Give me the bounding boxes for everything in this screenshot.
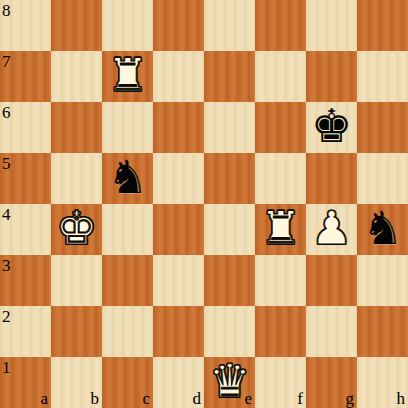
black-knight[interactable]: ♞ [107, 152, 148, 203]
square-b7[interactable] [51, 51, 102, 102]
square-h5[interactable] [357, 153, 408, 204]
square-b5[interactable] [51, 153, 102, 204]
square-g4[interactable]: ♟ [306, 204, 357, 255]
square-g7[interactable] [306, 51, 357, 102]
square-e3[interactable] [204, 255, 255, 306]
file-label-h: h [397, 390, 406, 407]
square-d3[interactable] [153, 255, 204, 306]
chess-board-container: 87♜6♚5♞4♚♜♟♞321abcde♛fgh [0, 0, 408, 408]
square-c7[interactable]: ♜ [102, 51, 153, 102]
square-c1[interactable]: c [102, 357, 153, 408]
rank-label-2: 2 [2, 308, 11, 325]
square-c3[interactable] [102, 255, 153, 306]
square-f1[interactable]: f [255, 357, 306, 408]
black-knight[interactable]: ♞ [362, 203, 403, 254]
square-f2[interactable] [255, 306, 306, 357]
square-f5[interactable] [255, 153, 306, 204]
rank-label-5: 5 [2, 155, 11, 172]
file-label-d: d [193, 390, 202, 407]
square-g3[interactable] [306, 255, 357, 306]
square-e5[interactable] [204, 153, 255, 204]
square-c2[interactable] [102, 306, 153, 357]
square-f8[interactable] [255, 0, 306, 51]
square-g8[interactable] [306, 0, 357, 51]
white-rook[interactable]: ♜ [107, 50, 148, 101]
square-g6[interactable]: ♚ [306, 102, 357, 153]
square-c4[interactable] [102, 204, 153, 255]
square-h8[interactable] [357, 0, 408, 51]
square-g1[interactable]: g [306, 357, 357, 408]
square-a4[interactable]: 4 [0, 204, 51, 255]
square-f7[interactable] [255, 51, 306, 102]
square-a7[interactable]: 7 [0, 51, 51, 102]
square-e6[interactable] [204, 102, 255, 153]
square-f6[interactable] [255, 102, 306, 153]
square-a8[interactable]: 8 [0, 0, 51, 51]
white-rook[interactable]: ♜ [260, 203, 301, 254]
square-h3[interactable] [357, 255, 408, 306]
square-c5[interactable]: ♞ [102, 153, 153, 204]
square-b6[interactable] [51, 102, 102, 153]
square-b3[interactable] [51, 255, 102, 306]
square-h6[interactable] [357, 102, 408, 153]
square-d6[interactable] [153, 102, 204, 153]
square-d5[interactable] [153, 153, 204, 204]
square-d8[interactable] [153, 0, 204, 51]
file-label-f: f [297, 390, 303, 407]
white-king[interactable]: ♚ [56, 203, 97, 254]
square-c6[interactable] [102, 102, 153, 153]
square-a1[interactable]: 1a [0, 357, 51, 408]
square-g5[interactable] [306, 153, 357, 204]
black-king[interactable]: ♚ [311, 101, 352, 152]
file-label-g: g [346, 390, 355, 407]
rank-label-1: 1 [2, 359, 11, 376]
square-e8[interactable] [204, 0, 255, 51]
square-b2[interactable] [51, 306, 102, 357]
square-a6[interactable]: 6 [0, 102, 51, 153]
square-d4[interactable] [153, 204, 204, 255]
square-e1[interactable]: e♛ [204, 357, 255, 408]
white-queen[interactable]: ♛ [209, 356, 250, 407]
file-label-a: a [40, 390, 48, 407]
square-h4[interactable]: ♞ [357, 204, 408, 255]
square-b4[interactable]: ♚ [51, 204, 102, 255]
square-g2[interactable] [306, 306, 357, 357]
square-h2[interactable] [357, 306, 408, 357]
file-label-b: b [91, 390, 100, 407]
square-e7[interactable] [204, 51, 255, 102]
square-d1[interactable]: d [153, 357, 204, 408]
rank-label-3: 3 [2, 257, 11, 274]
square-e2[interactable] [204, 306, 255, 357]
square-d2[interactable] [153, 306, 204, 357]
white-pawn[interactable]: ♟ [311, 203, 352, 254]
file-label-c: c [142, 390, 150, 407]
square-a5[interactable]: 5 [0, 153, 51, 204]
square-c8[interactable] [102, 0, 153, 51]
rank-label-4: 4 [2, 206, 11, 223]
square-h7[interactable] [357, 51, 408, 102]
square-f4[interactable]: ♜ [255, 204, 306, 255]
square-f3[interactable] [255, 255, 306, 306]
square-a3[interactable]: 3 [0, 255, 51, 306]
square-h1[interactable]: h [357, 357, 408, 408]
square-b1[interactable]: b [51, 357, 102, 408]
square-b8[interactable] [51, 0, 102, 51]
square-e4[interactable] [204, 204, 255, 255]
rank-label-8: 8 [2, 2, 11, 19]
rank-label-6: 6 [2, 104, 11, 121]
square-a2[interactable]: 2 [0, 306, 51, 357]
chess-board: 87♜6♚5♞4♚♜♟♞321abcde♛fgh [0, 0, 408, 408]
rank-label-7: 7 [2, 53, 11, 70]
square-d7[interactable] [153, 51, 204, 102]
